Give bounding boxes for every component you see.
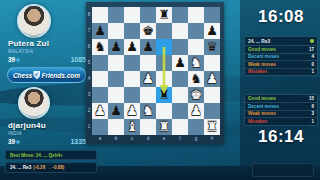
best-move-box: Best Move: 24. ... Qxh4+ <box>5 150 97 160</box>
square-f6[interactable] <box>172 39 188 55</box>
square-g3[interactable]: ♚ <box>188 87 204 103</box>
stat-row-weak: Weak moves3 <box>245 110 317 117</box>
square-c5[interactable] <box>124 55 140 71</box>
file-label-g: g <box>188 136 204 141</box>
chat-box[interactable] <box>252 163 314 177</box>
top-player-level: 39★ <box>8 56 21 63</box>
stat-value-weak: 0 <box>311 62 314 67</box>
stat-label-decent: Decent moves <box>248 104 279 109</box>
square-b1[interactable] <box>108 119 124 135</box>
stat-label-good: Good moves <box>248 96 276 101</box>
file-label-b: b <box>108 136 124 141</box>
eval-change-text: (-0.26 → -0.88) <box>33 165 64 170</box>
square-f3[interactable] <box>172 87 188 103</box>
black-pawn-h7[interactable]: ♟ <box>204 23 220 39</box>
square-b4[interactable] <box>108 71 124 87</box>
bottom-player-level: 39★ <box>8 138 21 145</box>
square-f4[interactable] <box>172 71 188 87</box>
black-pawn-d6[interactable]: ♟ <box>140 39 156 55</box>
board-grid: ♜♟♚♟♞♟♟♟♛♟♞♟♞♟♜♚♟♟♟♞♟♝♜♜ <box>92 7 220 135</box>
square-a8[interactable] <box>92 7 108 23</box>
square-g8[interactable] <box>188 7 204 23</box>
stat-row-decent: Decent moves6 <box>245 102 317 109</box>
file-label-e: e <box>156 136 172 141</box>
rank-label-4: 4 <box>86 71 92 87</box>
square-h6[interactable]: ♛ <box>204 39 220 55</box>
rank-label-3: 3 <box>86 87 92 103</box>
black-knight-a6[interactable]: ♞ <box>92 39 108 55</box>
white-pawn-h4[interactable]: ♟ <box>204 71 220 87</box>
rank-label-1: 1 <box>86 119 92 135</box>
square-g7[interactable] <box>188 23 204 39</box>
square-e7[interactable] <box>156 23 172 39</box>
bottom-player-clock: 16:14 <box>244 127 318 147</box>
stat-row-decent: Decent moves4 <box>245 53 317 60</box>
best-move-text: Best Move: 24. ... Qxh4+ <box>10 153 63 158</box>
square-e4[interactable] <box>156 71 172 87</box>
bottom-player-rating: 1335 <box>52 138 86 145</box>
stat-value-mistake: 1 <box>311 69 314 74</box>
square-c4[interactable] <box>124 71 140 87</box>
square-e6[interactable] <box>156 39 172 55</box>
top-player-name: Putera Zul <box>8 39 49 48</box>
avatar-top-player[interactable] <box>17 4 51 38</box>
square-g2[interactable]: ♟ <box>188 103 204 119</box>
square-g4[interactable]: ♞ <box>188 71 204 87</box>
square-a7[interactable]: ♟ <box>92 23 108 39</box>
stat-value-good: 15 <box>309 96 314 101</box>
square-d8[interactable] <box>140 7 156 23</box>
black-king-d7[interactable]: ♚ <box>140 23 156 39</box>
black-pawn-c6[interactable]: ♟ <box>124 39 140 55</box>
square-b3[interactable] <box>108 87 124 103</box>
black-pawn-b2[interactable]: ♟ <box>108 103 124 119</box>
played-move-text: 24. ... Re3 <box>10 165 31 170</box>
white-rook-e1[interactable]: ♜ <box>156 119 172 135</box>
chess-board: ♜♟♚♟♞♟♟♟♛♟♞♟♞♟♜♚♟♟♟♞♟♝♜♜ 87654321 abcdef… <box>86 2 224 144</box>
file-label-f: f <box>172 136 188 141</box>
square-g5[interactable]: ♞ <box>188 55 204 71</box>
star-icon: ★ <box>15 57 20 63</box>
stat-row-weak: Weak moves0 <box>245 60 317 67</box>
stat-label-weak: Weak moves <box>248 62 276 67</box>
stat-row-mistake: Mistakes1 <box>245 117 317 124</box>
square-d7[interactable]: ♚ <box>140 23 156 39</box>
square-a4[interactable] <box>92 71 108 87</box>
square-d2[interactable]: ♞ <box>140 103 156 119</box>
square-f8[interactable] <box>172 7 188 23</box>
avatar-bottom-player[interactable] <box>18 87 50 119</box>
square-b7[interactable] <box>108 23 124 39</box>
black-pawn-a7[interactable]: ♟ <box>92 23 108 39</box>
square-h4[interactable]: ♟ <box>204 71 220 87</box>
black-queen-h6[interactable]: ♛ <box>204 39 220 55</box>
square-d6[interactable]: ♟ <box>140 39 156 55</box>
stat-label-good: Good moves <box>248 47 276 52</box>
square-b8[interactable] <box>108 7 124 23</box>
square-f2[interactable] <box>172 103 188 119</box>
square-b6[interactable]: ♟ <box>108 39 124 55</box>
square-a6[interactable]: ♞ <box>92 39 108 55</box>
square-g6[interactable] <box>188 39 204 55</box>
square-h5[interactable] <box>204 55 220 71</box>
stat-value-good: 17 <box>309 47 314 52</box>
square-e1[interactable]: ♜ <box>156 119 172 135</box>
file-label-d: d <box>140 136 156 141</box>
square-e5[interactable] <box>156 55 172 71</box>
square-c3[interactable] <box>124 87 140 103</box>
stat-value-decent: 6 <box>311 104 314 109</box>
top-player-clock: 16:08 <box>244 7 318 27</box>
square-h2[interactable] <box>204 103 220 119</box>
square-h8[interactable] <box>204 7 220 23</box>
file-label-a: a <box>92 136 108 141</box>
stat-value-decent: 4 <box>311 54 314 59</box>
star-icon: ★ <box>15 139 20 145</box>
square-b2[interactable]: ♟ <box>108 103 124 119</box>
stat-value-weak: 3 <box>311 111 314 116</box>
stat-row-mistake: Mistakes1 <box>245 68 317 75</box>
white-pawn-g2[interactable]: ♟ <box>188 103 204 119</box>
stat-row-good: Good moves17 <box>245 45 317 52</box>
bottom-player-country: INDIA <box>8 131 22 136</box>
square-a5[interactable] <box>92 55 108 71</box>
square-e8[interactable]: ♜ <box>156 7 172 23</box>
stat-label-weak: Weak moves <box>248 111 276 116</box>
bottom-player-stats: Good moves15Decent moves6Weak moves3Mist… <box>244 94 318 126</box>
stat-label-mistake: Mistakes <box>248 119 267 124</box>
rank-label-8: 8 <box>86 7 92 23</box>
white-bishop-c1[interactable]: ♝ <box>124 119 140 135</box>
stat-label-decent: Decent moves <box>248 54 279 59</box>
file-label-h: h <box>204 136 220 141</box>
app-window: Putera Zul MALAYSIA 39★ 1085 Chess Frien… <box>0 0 320 180</box>
top-player-country: MALAYSIA <box>8 49 33 54</box>
square-f5[interactable]: ♟ <box>172 55 188 71</box>
square-c1[interactable]: ♝ <box>124 119 140 135</box>
square-a1[interactable] <box>92 119 108 135</box>
square-h1[interactable]: ♜ <box>204 119 220 135</box>
square-f1[interactable] <box>172 119 188 135</box>
square-d4[interactable]: ♟ <box>140 71 156 87</box>
white-knight-d2[interactable]: ♞ <box>140 103 156 119</box>
square-a3[interactable] <box>92 87 108 103</box>
white-pawn-c2[interactable]: ♟ <box>124 103 140 119</box>
white-pawn-a2[interactable]: ♟ <box>92 103 108 119</box>
top-player-rating: 1085 <box>52 56 86 63</box>
white-knight-g5[interactable]: ♞ <box>188 55 204 71</box>
move-quality-dot <box>310 39 314 43</box>
square-c8[interactable] <box>124 7 140 23</box>
rank-label-6: 6 <box>86 39 92 55</box>
played-move-box: 24. ... Re3 (-0.26 → -0.88) <box>5 162 97 173</box>
black-knight-g4[interactable]: ♞ <box>188 71 204 87</box>
stat-row-good: Good moves15 <box>245 95 317 102</box>
square-e2[interactable] <box>156 103 172 119</box>
stat-label-mistake: Mistakes <box>248 69 267 74</box>
black-pawn-f5[interactable]: ♟ <box>172 55 188 71</box>
rank-label-7: 7 <box>86 23 92 39</box>
rank-label-5: 5 <box>86 55 92 71</box>
square-e3[interactable]: ♜ <box>156 87 172 103</box>
square-c2[interactable]: ♟ <box>124 103 140 119</box>
square-h3[interactable] <box>204 87 220 103</box>
square-d3[interactable] <box>140 87 156 103</box>
file-label-c: c <box>124 136 140 141</box>
black-pawn-b6[interactable]: ♟ <box>108 39 124 55</box>
logo-text-left: Chess <box>13 72 33 79</box>
square-c6[interactable]: ♟ <box>124 39 140 55</box>
white-pawn-d4[interactable]: ♟ <box>140 71 156 87</box>
shield-icon <box>33 71 40 80</box>
black-rook-e3[interactable]: ♜ <box>156 87 172 103</box>
last-move-label: 24. ... Re3 <box>248 39 270 44</box>
right-panel-background <box>240 0 320 180</box>
white-rook-h1[interactable]: ♜ <box>204 119 220 135</box>
black-rook-e8[interactable]: ♜ <box>156 7 172 23</box>
bottom-player-name: djarjun4u <box>8 121 46 130</box>
top-player-stats: 24. ... Re3 Good moves17Decent moves4Wea… <box>244 36 318 76</box>
stat-value-mistake: 1 <box>311 119 314 124</box>
square-d1[interactable] <box>140 119 156 135</box>
last-move-row: 24. ... Re3 <box>245 37 317 45</box>
chessfriends-logo[interactable]: Chess Friends.com <box>7 67 86 83</box>
square-a2[interactable]: ♟ <box>92 103 108 119</box>
square-f7[interactable] <box>172 23 188 39</box>
white-king-g3[interactable]: ♚ <box>188 87 204 103</box>
square-g1[interactable] <box>188 119 204 135</box>
square-c7[interactable] <box>124 23 140 39</box>
square-h7[interactable]: ♟ <box>204 23 220 39</box>
logo-text-right: Friends.com <box>41 72 80 79</box>
square-d5[interactable] <box>140 55 156 71</box>
rank-label-2: 2 <box>86 103 92 119</box>
square-b5[interactable] <box>108 55 124 71</box>
